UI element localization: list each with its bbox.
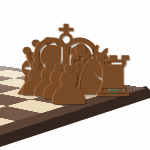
felt-base — [105, 90, 121, 94]
felt-base — [62, 98, 77, 102]
chess-set-photo: ♝♛♚♝♞♜♟♟♟♟ — [0, 0, 150, 150]
felt-base — [53, 93, 64, 96]
felt-base — [89, 88, 102, 91]
felt-base — [76, 86, 87, 89]
